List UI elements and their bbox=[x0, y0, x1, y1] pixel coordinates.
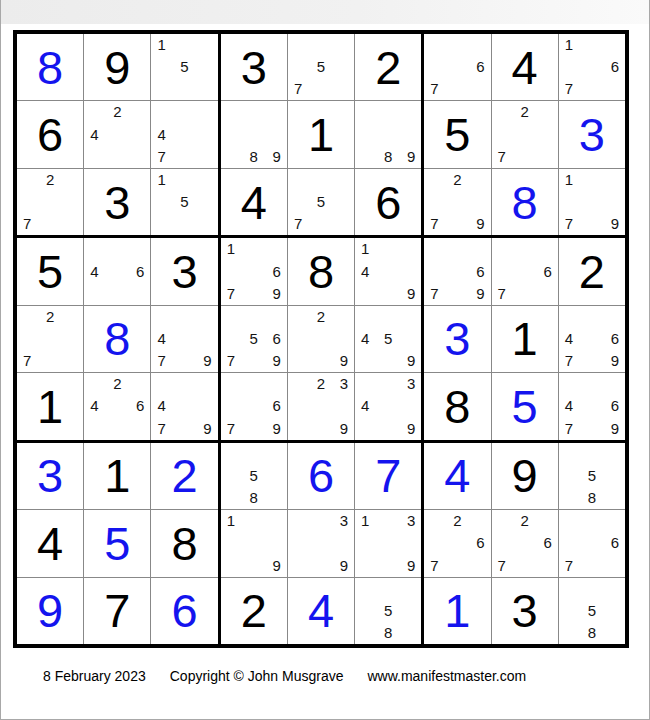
pencil-mark: 9 bbox=[273, 558, 281, 573]
cell-r2c3[interactable]: 47 bbox=[151, 101, 217, 167]
box-2: 3572891894576 bbox=[221, 34, 422, 235]
pencil-mark: 4 bbox=[565, 331, 573, 346]
big-digit: 3 bbox=[171, 248, 197, 295]
cell-r7c5[interactable]: 6 bbox=[288, 443, 354, 509]
pencil-mark: 6 bbox=[611, 535, 619, 550]
pencil-mark: 7 bbox=[157, 149, 165, 164]
pencil-mark: 7 bbox=[430, 216, 438, 231]
cell-r8c2[interactable]: 5 bbox=[84, 510, 150, 576]
pencil-mark: 6 bbox=[543, 535, 551, 550]
pencil-mark: 6 bbox=[136, 398, 144, 413]
pencil-mark: 7 bbox=[430, 558, 438, 573]
cell-r4c9[interactable]: 2 bbox=[559, 238, 625, 304]
cell-r1c7[interactable]: 67 bbox=[424, 34, 490, 100]
cell-r5c2[interactable]: 8 bbox=[84, 306, 150, 372]
big-digit: 4 bbox=[444, 452, 470, 499]
cell-r8c8[interactable]: 267 bbox=[492, 510, 558, 576]
pencil-mark: 1 bbox=[565, 172, 573, 187]
cell-r6c1[interactable]: 1 bbox=[17, 373, 83, 439]
cell-r7c1[interactable]: 3 bbox=[17, 443, 83, 509]
pencil-mark: 6 bbox=[543, 264, 551, 279]
pencil-mark: 4 bbox=[90, 398, 98, 413]
cell-r9c5[interactable]: 4 bbox=[288, 578, 354, 644]
cell-r5c3[interactable]: 479 bbox=[151, 306, 217, 372]
pencil-mark: 9 bbox=[407, 286, 415, 301]
cell-r4c6[interactable]: 149 bbox=[355, 238, 421, 304]
big-digit: 4 bbox=[37, 520, 63, 567]
pencil-mark: 6 bbox=[611, 398, 619, 413]
cell-r1c4[interactable]: 3 bbox=[221, 34, 287, 100]
cell-r9c3[interactable]: 6 bbox=[151, 578, 217, 644]
cell-r3c8[interactable]: 8 bbox=[492, 169, 558, 235]
cell-r2c7[interactable]: 5 bbox=[424, 101, 490, 167]
big-digit: 4 bbox=[512, 44, 538, 91]
pencil-mark: 7 bbox=[565, 353, 573, 368]
cell-r7c3[interactable]: 2 bbox=[151, 443, 217, 509]
pencil-mark: 1 bbox=[565, 37, 573, 52]
pencil-mark: 9 bbox=[611, 353, 619, 368]
big-digit: 9 bbox=[104, 44, 130, 91]
big-digit: 5 bbox=[104, 520, 130, 567]
cell-r5c4[interactable]: 5679 bbox=[221, 306, 287, 372]
pencil-mark: 9 bbox=[407, 353, 415, 368]
pencil-mark: 9 bbox=[476, 286, 484, 301]
cell-r6c8[interactable]: 5 bbox=[492, 373, 558, 439]
cell-r5c7[interactable]: 3 bbox=[424, 306, 490, 372]
cell-r1c8[interactable]: 4 bbox=[492, 34, 558, 100]
pencil-mark: 2 bbox=[317, 309, 325, 324]
pencil-mark: 2 bbox=[113, 376, 121, 391]
big-digit: 8 bbox=[171, 520, 197, 567]
pencil-mark: 9 bbox=[611, 216, 619, 231]
pencil-mark: 5 bbox=[250, 468, 258, 483]
big-digit: 3 bbox=[512, 587, 538, 634]
cell-r1c3[interactable]: 15 bbox=[151, 34, 217, 100]
big-digit: 9 bbox=[37, 587, 63, 634]
big-digit: 3 bbox=[37, 452, 63, 499]
pencil-mark: 8 bbox=[384, 625, 392, 640]
big-digit: 1 bbox=[37, 383, 63, 430]
pencil-mark: 5 bbox=[384, 603, 392, 618]
big-digit: 1 bbox=[512, 315, 538, 362]
pencil-mark: 6 bbox=[273, 398, 281, 413]
pencil-mark: 6 bbox=[476, 59, 484, 74]
cell-r4c4[interactable]: 1679 bbox=[221, 238, 287, 304]
pencil-mark: 7 bbox=[565, 216, 573, 231]
big-digit: 5 bbox=[444, 111, 470, 158]
pencil-mark: 9 bbox=[476, 216, 484, 231]
footer-date: 8 February 2023 bbox=[43, 668, 146, 684]
pencil-mark: 7 bbox=[565, 81, 573, 96]
pencil-mark: 1 bbox=[157, 172, 165, 187]
cell-r8c6[interactable]: 139 bbox=[355, 510, 421, 576]
cell-r6c5[interactable]: 239 bbox=[288, 373, 354, 439]
pencil-mark: 6 bbox=[476, 535, 484, 550]
big-digit: 8 bbox=[104, 315, 130, 362]
box-7: 312458976 bbox=[17, 443, 218, 644]
pencil-mark: 5 bbox=[180, 194, 188, 209]
pencil-mark: 8 bbox=[250, 149, 258, 164]
pencil-mark: 2 bbox=[520, 104, 528, 119]
pencil-mark: 1 bbox=[227, 241, 235, 256]
big-digit: 6 bbox=[37, 111, 63, 158]
pencil-mark: 4 bbox=[361, 331, 369, 346]
cell-r2c9[interactable]: 3 bbox=[559, 101, 625, 167]
pencil-mark: 6 bbox=[611, 331, 619, 346]
cell-r1c6[interactable]: 2 bbox=[355, 34, 421, 100]
pencil-mark: 5 bbox=[180, 59, 188, 74]
pencil-mark: 2 bbox=[317, 376, 325, 391]
pencil-mark: 7 bbox=[565, 421, 573, 436]
pencil-mark: 5 bbox=[317, 59, 325, 74]
cell-r5c6[interactable]: 459 bbox=[355, 306, 421, 372]
pencil-mark: 4 bbox=[565, 398, 573, 413]
big-digit: 9 bbox=[512, 452, 538, 499]
cell-r7c8[interactable]: 9 bbox=[492, 443, 558, 509]
titlebar-strip bbox=[1, 0, 649, 24]
big-digit: 1 bbox=[444, 587, 470, 634]
cell-r6c4[interactable]: 679 bbox=[221, 373, 287, 439]
box-5: 16798149567929459679239349 bbox=[221, 238, 422, 439]
cell-r6c7[interactable]: 8 bbox=[424, 373, 490, 439]
pencil-mark: 6 bbox=[611, 59, 619, 74]
pencil-mark: 6 bbox=[136, 264, 144, 279]
cell-r3c2[interactable]: 3 bbox=[84, 169, 150, 235]
cell-r8c3[interactable]: 8 bbox=[151, 510, 217, 576]
pencil-mark: 2 bbox=[46, 309, 54, 324]
cell-r5c5[interactable]: 29 bbox=[288, 306, 354, 372]
pencil-mark: 7 bbox=[23, 353, 31, 368]
pencil-mark: 3 bbox=[407, 376, 415, 391]
big-digit: 2 bbox=[241, 587, 267, 634]
pencil-mark: 4 bbox=[157, 127, 165, 142]
pencil-mark: 9 bbox=[203, 421, 211, 436]
cell-r2c2[interactable]: 24 bbox=[84, 101, 150, 167]
box-6: 679672314679854679 bbox=[424, 238, 625, 439]
big-digit: 5 bbox=[512, 383, 538, 430]
cell-r9c4[interactable]: 2 bbox=[221, 578, 287, 644]
pencil-mark: 8 bbox=[384, 149, 392, 164]
big-digit: 3 bbox=[579, 111, 605, 158]
cell-r4c1[interactable]: 5 bbox=[17, 238, 83, 304]
pencil-mark: 3 bbox=[340, 376, 348, 391]
cell-r9c1[interactable]: 9 bbox=[17, 578, 83, 644]
cell-r6c2[interactable]: 246 bbox=[84, 373, 150, 439]
pencil-mark: 6 bbox=[273, 331, 281, 346]
big-digit: 2 bbox=[171, 452, 197, 499]
pencil-mark: 4 bbox=[157, 331, 165, 346]
cell-r2c1[interactable]: 6 bbox=[17, 101, 83, 167]
pencil-mark: 7 bbox=[227, 421, 235, 436]
big-digit: 7 bbox=[375, 452, 401, 499]
pencil-mark: 8 bbox=[588, 490, 596, 505]
big-digit: 3 bbox=[104, 179, 130, 226]
cell-r1c5[interactable]: 57 bbox=[288, 34, 354, 100]
cell-r2c6[interactable]: 89 bbox=[355, 101, 421, 167]
pencil-mark: 2 bbox=[453, 172, 461, 187]
cell-r9c2[interactable]: 7 bbox=[84, 578, 150, 644]
pencil-mark: 4 bbox=[361, 398, 369, 413]
cell-r4c2[interactable]: 46 bbox=[84, 238, 150, 304]
pencil-mark: 9 bbox=[340, 558, 348, 573]
big-digit: 1 bbox=[308, 111, 334, 158]
pencil-mark: 9 bbox=[203, 353, 211, 368]
cell-r1c1[interactable]: 8 bbox=[17, 34, 83, 100]
cell-r6c6[interactable]: 349 bbox=[355, 373, 421, 439]
cell-r3c6[interactable]: 6 bbox=[355, 169, 421, 235]
pencil-mark: 7 bbox=[565, 558, 573, 573]
cell-r8c7[interactable]: 267 bbox=[424, 510, 490, 576]
pencil-mark: 9 bbox=[273, 353, 281, 368]
pencil-mark: 3 bbox=[407, 513, 415, 528]
big-digit: 7 bbox=[104, 587, 130, 634]
cell-r9c8[interactable]: 3 bbox=[492, 578, 558, 644]
cell-r7c7[interactable]: 4 bbox=[424, 443, 490, 509]
pencil-mark: 9 bbox=[407, 421, 415, 436]
box-4: 54632784791246479 bbox=[17, 238, 218, 439]
pencil-mark: 1 bbox=[157, 37, 165, 52]
cell-r3c9[interactable]: 179 bbox=[559, 169, 625, 235]
cell-r7c9[interactable]: 58 bbox=[559, 443, 625, 509]
big-digit: 1 bbox=[104, 452, 130, 499]
pencil-mark: 9 bbox=[340, 353, 348, 368]
cell-r6c9[interactable]: 4679 bbox=[559, 373, 625, 439]
pencil-mark: 5 bbox=[317, 194, 325, 209]
big-digit: 8 bbox=[308, 248, 334, 295]
pencil-mark: 7 bbox=[157, 421, 165, 436]
cell-r7c2[interactable]: 1 bbox=[84, 443, 150, 509]
pencil-mark: 9 bbox=[273, 421, 281, 436]
pencil-mark: 7 bbox=[23, 216, 31, 231]
pencil-mark: 9 bbox=[340, 421, 348, 436]
box-8: 586719391392458 bbox=[221, 443, 422, 644]
big-digit: 3 bbox=[241, 44, 267, 91]
pencil-mark: 9 bbox=[611, 421, 619, 436]
cell-r3c3[interactable]: 15 bbox=[151, 169, 217, 235]
pencil-mark: 4 bbox=[157, 398, 165, 413]
pencil-mark: 6 bbox=[273, 264, 281, 279]
cell-r6c3[interactable]: 479 bbox=[151, 373, 217, 439]
pencil-mark: 9 bbox=[407, 558, 415, 573]
pencil-mark: 9 bbox=[407, 149, 415, 164]
cell-r7c4[interactable]: 58 bbox=[221, 443, 287, 509]
big-digit: 6 bbox=[308, 452, 334, 499]
cell-r4c8[interactable]: 67 bbox=[492, 238, 558, 304]
cell-r1c2[interactable]: 9 bbox=[84, 34, 150, 100]
cell-r5c9[interactable]: 4679 bbox=[559, 306, 625, 372]
big-digit: 8 bbox=[444, 383, 470, 430]
cell-r9c6[interactable]: 58 bbox=[355, 578, 421, 644]
cell-r9c9[interactable]: 58 bbox=[559, 578, 625, 644]
footer-copyright: Copyright © John Musgrave bbox=[170, 668, 344, 684]
cell-r4c3[interactable]: 3 bbox=[151, 238, 217, 304]
pencil-mark: 7 bbox=[294, 81, 302, 96]
pencil-mark: 7 bbox=[294, 216, 302, 231]
page: 8915624472731535728918945766741675273279… bbox=[0, 0, 650, 720]
big-digit: 4 bbox=[308, 587, 334, 634]
cell-r8c1[interactable]: 4 bbox=[17, 510, 83, 576]
big-digit: 2 bbox=[579, 248, 605, 295]
cell-r8c4[interactable]: 19 bbox=[221, 510, 287, 576]
cell-r8c9[interactable]: 67 bbox=[559, 510, 625, 576]
big-digit: 5 bbox=[37, 248, 63, 295]
cell-r4c5[interactable]: 8 bbox=[288, 238, 354, 304]
pencil-mark: 4 bbox=[90, 264, 98, 279]
pencil-mark: 2 bbox=[46, 172, 54, 187]
cell-r3c5[interactable]: 57 bbox=[288, 169, 354, 235]
cell-r4c7[interactable]: 679 bbox=[424, 238, 490, 304]
pencil-mark: 4 bbox=[361, 264, 369, 279]
pencil-mark: 3 bbox=[340, 513, 348, 528]
cell-r3c4[interactable]: 4 bbox=[221, 169, 287, 235]
pencil-mark: 1 bbox=[361, 513, 369, 528]
cell-r2c5[interactable]: 1 bbox=[288, 101, 354, 167]
cell-r2c8[interactable]: 27 bbox=[492, 101, 558, 167]
pencil-mark: 7 bbox=[430, 81, 438, 96]
cell-r8c5[interactable]: 39 bbox=[288, 510, 354, 576]
big-digit: 6 bbox=[375, 179, 401, 226]
big-digit: 8 bbox=[512, 179, 538, 226]
pencil-mark: 7 bbox=[227, 353, 235, 368]
pencil-mark: 5 bbox=[384, 331, 392, 346]
pencil-mark: 4 bbox=[90, 127, 98, 142]
cell-r5c1[interactable]: 27 bbox=[17, 306, 83, 372]
pencil-mark: 5 bbox=[250, 331, 258, 346]
cell-r1c9[interactable]: 167 bbox=[559, 34, 625, 100]
footer-site-url: www.manifestmaster.com bbox=[367, 668, 526, 684]
box-3: 67416752732798179 bbox=[424, 34, 625, 235]
cell-r5c8[interactable]: 1 bbox=[492, 306, 558, 372]
pencil-mark: 2 bbox=[113, 104, 121, 119]
pencil-mark: 7 bbox=[498, 558, 506, 573]
cell-r2c4[interactable]: 89 bbox=[221, 101, 287, 167]
sudoku-grid: 8915624472731535728918945766741675273279… bbox=[13, 30, 629, 648]
cell-r7c6[interactable]: 7 bbox=[355, 443, 421, 509]
pencil-mark: 5 bbox=[588, 468, 596, 483]
cell-r9c7[interactable]: 1 bbox=[424, 578, 490, 644]
pencil-mark: 5 bbox=[588, 603, 596, 618]
pencil-mark: 1 bbox=[361, 241, 369, 256]
big-digit: 8 bbox=[37, 44, 63, 91]
pencil-mark: 7 bbox=[430, 286, 438, 301]
pencil-mark: 2 bbox=[520, 513, 528, 528]
big-digit: 4 bbox=[241, 179, 267, 226]
pencil-mark: 8 bbox=[250, 490, 258, 505]
big-digit: 6 bbox=[171, 587, 197, 634]
pencil-mark: 7 bbox=[498, 286, 506, 301]
pencil-mark: 2 bbox=[453, 513, 461, 528]
footer: 8 February 2023 Copyright © John Musgrav… bbox=[43, 668, 526, 684]
pencil-mark: 9 bbox=[273, 286, 281, 301]
pencil-mark: 7 bbox=[227, 286, 235, 301]
cell-r3c7[interactable]: 279 bbox=[424, 169, 490, 235]
pencil-mark: 1 bbox=[227, 513, 235, 528]
pencil-mark: 7 bbox=[498, 149, 506, 164]
cell-r3c1[interactable]: 27 bbox=[17, 169, 83, 235]
big-digit: 3 bbox=[444, 315, 470, 362]
pencil-mark: 8 bbox=[588, 625, 596, 640]
pencil-mark: 7 bbox=[157, 353, 165, 368]
pencil-mark: 9 bbox=[273, 149, 281, 164]
box-9: 4958267267671358 bbox=[424, 443, 625, 644]
box-1: 89156244727315 bbox=[17, 34, 218, 235]
big-digit: 2 bbox=[375, 44, 401, 91]
pencil-mark: 6 bbox=[476, 264, 484, 279]
